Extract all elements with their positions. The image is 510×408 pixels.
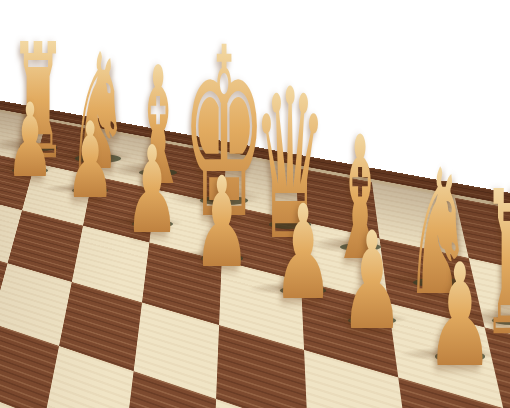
piece-pawn-b2[interactable]: ♟: [426, 245, 494, 387]
piece-pawn-c2[interactable]: ♟: [340, 215, 403, 350]
piece-pawn-d2[interactable]: ♟: [273, 188, 333, 319]
photo-stage: ♜♞♟♝♟♚♛♟♝♟♞♟♜♟♟: [0, 0, 510, 408]
piece-pawn-g2[interactable]: ♟: [65, 108, 114, 213]
piece-pawn-f2[interactable]: ♟: [125, 130, 180, 251]
piece-pawn-h2[interactable]: ♟: [6, 90, 54, 192]
piece-pawn-e2[interactable]: ♟: [194, 161, 251, 286]
pieces-layer: ♜♞♟♝♟♚♛♟♝♟♞♟♜♟♟: [0, 0, 510, 408]
